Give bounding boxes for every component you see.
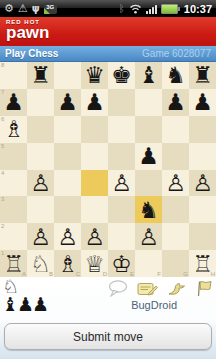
square-h4[interactable]: ♙ (189, 170, 216, 197)
square-b6[interactable] (27, 116, 54, 143)
piece-white-queen: ♕ (81, 250, 108, 277)
square-a4[interactable]: 4 (0, 170, 27, 197)
square-h5[interactable] (189, 143, 216, 170)
square-e3[interactable] (108, 196, 135, 223)
piece-black-pawn: ♟ (0, 89, 27, 116)
app-header: RED HOT pawn (0, 17, 216, 46)
square-h6[interactable] (189, 116, 216, 143)
square-e2[interactable] (108, 223, 135, 250)
square-g5[interactable] (162, 143, 189, 170)
piece-white-pawn: ♙ (108, 170, 135, 197)
game-id-label: Game 6028077 (142, 48, 211, 59)
square-h8[interactable]: ♜ (189, 62, 216, 89)
square-d7[interactable]: ♟ (81, 89, 108, 116)
square-e8[interactable]: ♚ (108, 62, 135, 89)
piece-white-rook: ♖ (189, 250, 216, 277)
square-f3[interactable]: ♞ (135, 196, 162, 223)
piece-black-pawn: ♟ (135, 143, 162, 170)
clock-time: 10:37 (184, 3, 212, 15)
square-f5[interactable]: ♟ (135, 143, 162, 170)
game-notes-icon[interactable] (137, 281, 158, 297)
square-g3[interactable] (162, 196, 189, 223)
square-e7[interactable] (108, 89, 135, 116)
piece-black-king: ♚ (108, 62, 135, 89)
square-h7[interactable]: ♟ (189, 89, 216, 116)
rank-label-3: 3 (1, 196, 4, 202)
square-f7[interactable] (135, 89, 162, 116)
square-b4[interactable]: ♙ (27, 170, 54, 197)
square-a2[interactable]: 2 (0, 223, 27, 250)
square-c5[interactable] (54, 143, 81, 170)
piece-white-pawn: ♙ (54, 223, 81, 250)
square-h2[interactable] (189, 223, 216, 250)
square-c3[interactable] (54, 196, 81, 223)
piece-white-pawn: ♙ (27, 223, 54, 250)
square-f2[interactable]: ♙ (135, 223, 162, 250)
captured-black-pieces-tray: ♝♟♟ (2, 295, 47, 314)
piece-black-knight: ♞ (135, 196, 162, 223)
square-c4[interactable] (54, 170, 81, 197)
piece-white-bishop: ♗ (0, 116, 27, 143)
bluetooth-icon: ᛒ (119, 0, 125, 17)
square-a6[interactable]: 6♗ (0, 116, 27, 143)
captured-black-bishop: ♝ (2, 293, 17, 315)
piece-black-knight: ♞ (162, 62, 189, 89)
rank-label-5: 5 (1, 143, 4, 149)
captured-black-pawn: ♟ (32, 293, 47, 315)
piece-black-bishop: ♝ (135, 62, 162, 89)
square-g7[interactable]: ♟ (162, 89, 189, 116)
rank-label-2: 2 (1, 223, 4, 229)
wifi-icon (129, 0, 142, 18)
square-a7[interactable]: 7♟ (0, 89, 27, 116)
square-b3[interactable] (27, 196, 54, 223)
brand-logo: pawn (6, 25, 216, 41)
piece-white-pawn: ♙ (189, 170, 216, 197)
square-b8[interactable]: ♜ (27, 62, 54, 89)
submit-move-button[interactable]: Submit move (4, 323, 212, 350)
usb-icon: ψ (32, 0, 40, 17)
network-3g-icon: 3G (44, 3, 57, 14)
piece-black-rook: ♜ (27, 62, 54, 89)
square-d1[interactable]: D♕ (81, 250, 108, 277)
opponent-name: BugDroid (131, 299, 177, 311)
square-f8[interactable]: ♝ (135, 62, 162, 89)
piece-white-king: ♔ (108, 250, 135, 277)
square-b1[interactable]: B♘ (27, 250, 54, 277)
square-c2[interactable]: ♙ (54, 223, 81, 250)
square-g4[interactable]: ♙ (162, 170, 189, 197)
square-c7[interactable]: ♟ (54, 89, 81, 116)
resign-flag-icon[interactable] (196, 280, 213, 297)
square-d4[interactable] (81, 170, 108, 197)
signal-strength-icon (146, 4, 157, 14)
square-d5[interactable] (81, 143, 108, 170)
square-c1[interactable]: C♗ (54, 250, 81, 277)
square-d3[interactable] (81, 196, 108, 223)
square-g8[interactable]: ♞ (162, 62, 189, 89)
piece-white-pawn: ♙ (27, 170, 54, 197)
status-bar: ⚙ ⚠ ψ 3G ᛒ 10:37 (0, 0, 216, 17)
square-g1[interactable]: G (162, 250, 189, 277)
game-control-panel: ♘ ♝♟♟ BugDr (0, 277, 216, 359)
square-a8[interactable]: 8 (0, 62, 27, 89)
square-f4[interactable] (135, 170, 162, 197)
action-icons (108, 280, 213, 297)
square-b5[interactable] (27, 143, 54, 170)
piece-black-pawn: ♟ (81, 89, 108, 116)
square-g6[interactable] (162, 116, 189, 143)
square-a3[interactable]: 3 (0, 196, 27, 223)
alert-gear-icon: ⚙ (4, 0, 14, 17)
warning-icon: ⚠ (18, 0, 28, 17)
piece-white-knight: ♘ (27, 250, 54, 277)
square-e5[interactable] (108, 143, 135, 170)
draw-offer-icon[interactable] (167, 281, 187, 297)
chat-icon[interactable] (108, 280, 128, 297)
square-g2[interactable] (162, 223, 189, 250)
title-bar: Play Chess Game 6028077 (0, 46, 216, 62)
piece-white-bishop: ♗ (54, 250, 81, 277)
piece-black-rook: ♜ (189, 62, 216, 89)
square-e1[interactable]: E♔ (108, 250, 135, 277)
square-c8[interactable] (54, 62, 81, 89)
square-c6[interactable] (54, 116, 81, 143)
piece-black-queen: ♛ (81, 62, 108, 89)
piece-white-pawn: ♙ (135, 223, 162, 250)
rank-label-4: 4 (1, 170, 4, 176)
battery-icon (161, 4, 178, 14)
square-e6[interactable] (108, 116, 135, 143)
piece-black-pawn: ♟ (54, 89, 81, 116)
page-title: Play Chess (5, 48, 58, 59)
piece-white-rook: ♖ (0, 250, 27, 277)
square-b2[interactable]: ♙ (27, 223, 54, 250)
piece-black-pawn: ♟ (189, 89, 216, 116)
square-d2[interactable]: ♙ (81, 223, 108, 250)
piece-black-pawn: ♟ (162, 89, 189, 116)
square-a5[interactable]: 5 (0, 143, 27, 170)
rank-label-8: 8 (1, 62, 4, 68)
captured-black-pawn: ♟ (17, 293, 32, 315)
piece-white-pawn: ♙ (81, 223, 108, 250)
square-f1[interactable]: F (135, 250, 162, 277)
square-f6[interactable] (135, 116, 162, 143)
square-e4[interactable]: ♙ (108, 170, 135, 197)
square-h3[interactable] (189, 196, 216, 223)
square-h1[interactable]: H♖ (189, 250, 216, 277)
chess-board[interactable]: 8♜♛♚♝♞♜7♟♟♟♟♟6♗5♟4♙♙♙♙3♞2♙♙♙♙1A♖B♘C♗D♕E♔… (0, 62, 216, 277)
square-a1[interactable]: 1A♖ (0, 250, 27, 277)
square-b7[interactable] (27, 89, 54, 116)
square-d8[interactable]: ♛ (81, 62, 108, 89)
square-d6[interactable] (81, 116, 108, 143)
piece-white-pawn: ♙ (162, 170, 189, 197)
